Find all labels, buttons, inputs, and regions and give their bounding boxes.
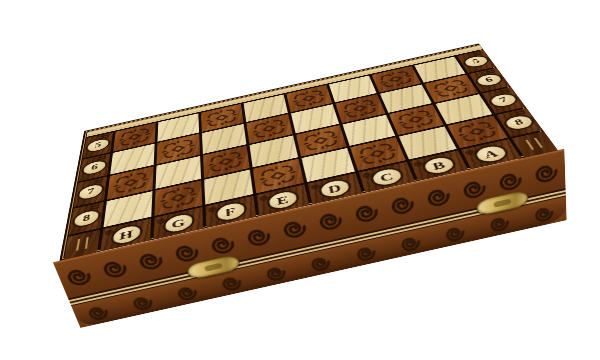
carved-knot-icon	[350, 137, 406, 171]
product-photo-backdrop: 5 5 6	[0, 0, 600, 360]
spiral-carving-icon	[314, 206, 347, 236]
scroll-curl-icon	[258, 193, 272, 203]
scroll-curl-icon	[411, 159, 427, 168]
rank-label-left-8: 8	[69, 202, 104, 235]
spiral-carving-icon	[487, 211, 512, 235]
chess-box: 5 5 6	[60, 44, 558, 261]
scroll-curl-icon	[462, 148, 479, 157]
rank-circle-left: 7	[76, 182, 105, 202]
spiral-carving-icon	[397, 231, 423, 255]
spiral-carving-icon	[442, 221, 468, 245]
square-e8-dark	[253, 159, 304, 194]
spiral-carving-icon	[128, 291, 158, 314]
carved-knot-icon	[154, 180, 202, 216]
square-c8-dark	[350, 137, 406, 171]
rank-circle-left: 8	[71, 207, 101, 229]
square-g8-dark	[154, 180, 202, 216]
scroll-curl-icon	[103, 227, 117, 237]
rank-label-right-7: 7	[482, 87, 526, 113]
spiral-carving-icon	[205, 230, 240, 259]
rank-circle-right: 6	[473, 72, 506, 89]
spiral-carving-icon	[96, 254, 133, 283]
spiral-carving-icon	[218, 271, 247, 295]
spiral-carving-icon	[241, 222, 275, 251]
rank-label-right-8: 8	[496, 108, 542, 137]
square-f8-light	[204, 170, 253, 205]
spiral-carving-icon	[173, 281, 202, 304]
spiral-carving-icon	[132, 246, 168, 275]
spiral-carving-icon	[83, 300, 114, 323]
scroll-curl-icon	[309, 182, 324, 192]
spiral-carving-icon	[350, 198, 383, 228]
spiral-carving-icon	[262, 261, 290, 285]
carved-knot-icon	[448, 116, 508, 149]
rank-circle-right: 5	[460, 54, 492, 69]
square-b8-light	[399, 126, 457, 159]
scroll-curl-icon	[360, 170, 375, 180]
scene: 5 5 6	[0, 0, 600, 360]
spiral-carving-icon	[532, 201, 556, 226]
square-a8-dark	[448, 116, 508, 149]
carved-knot-icon	[253, 159, 304, 194]
spiral-carving-icon	[423, 182, 454, 212]
scroll-curl-icon	[155, 216, 168, 226]
scroll-curl-icon	[207, 204, 220, 214]
rank-circle-left: 5	[85, 136, 111, 153]
square-h8-light	[104, 191, 153, 227]
rank-circle-right: 7	[486, 91, 521, 109]
spiral-carving-icon	[387, 190, 419, 220]
spiral-carving-icon	[352, 241, 379, 265]
spiral-carving-icon	[278, 214, 312, 244]
spiral-carving-icon	[307, 251, 334, 275]
square-d8-light	[302, 148, 355, 182]
rank-circle-left: 6	[81, 158, 109, 177]
spiral-carving-icon	[532, 157, 561, 188]
